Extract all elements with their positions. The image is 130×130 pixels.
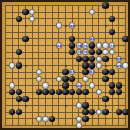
white-stone: 62 <box>89 69 95 75</box>
star-point <box>25 65 27 67</box>
black-stone <box>89 62 95 68</box>
star-point <box>65 105 67 107</box>
black-stone <box>69 49 75 55</box>
black-stone <box>16 62 22 68</box>
star-point <box>65 25 67 27</box>
black-stone <box>69 36 75 42</box>
black-stone <box>16 49 22 55</box>
black-stone <box>56 89 62 95</box>
grid-line-horizontal <box>5 118 126 119</box>
white-stone <box>122 62 128 68</box>
black-stone <box>82 116 88 122</box>
move-number-label: 70 <box>83 51 87 54</box>
white-stone <box>82 76 88 82</box>
white-stone <box>102 49 108 55</box>
white-stone <box>76 116 82 122</box>
move-number-label: 74 <box>110 44 114 47</box>
white-stone <box>109 49 115 55</box>
black-stone <box>102 69 108 75</box>
black-stone <box>82 102 88 108</box>
white-stone <box>56 22 62 28</box>
white-stone <box>42 116 48 122</box>
black-stone <box>102 96 108 102</box>
black-stone <box>76 56 82 62</box>
black-stone <box>22 9 28 15</box>
move-number-label: 66 <box>117 64 121 67</box>
white-stone <box>9 82 15 88</box>
white-stone: 82 <box>56 42 62 48</box>
black-stone <box>116 89 122 95</box>
black-stone <box>76 89 82 95</box>
white-stone <box>76 122 82 128</box>
white-stone: 78 <box>76 42 82 48</box>
black-stone <box>89 56 95 62</box>
black-stone <box>62 89 68 95</box>
move-number-label: 88 <box>70 24 74 27</box>
star-point <box>105 105 107 107</box>
move-number-label: 62 <box>90 71 94 74</box>
black-stone <box>102 76 108 82</box>
white-stone <box>89 82 95 88</box>
white-stone <box>36 116 42 122</box>
black-stone <box>96 49 102 55</box>
white-stone: 86 <box>89 36 95 42</box>
black-stone <box>82 62 88 68</box>
black-stone <box>102 56 108 62</box>
white-stone: 66 <box>116 62 122 68</box>
move-number-label: 72 <box>77 51 81 54</box>
black-stone <box>69 76 75 82</box>
black-stone <box>89 109 95 115</box>
go-board[interactable]: 88868278767472706866646260 <box>0 0 130 130</box>
black-stone <box>89 49 95 55</box>
black-stone <box>122 36 128 42</box>
black-stone <box>102 2 108 8</box>
black-stone <box>22 96 28 102</box>
grid-line-vertical <box>112 5 113 126</box>
white-stone: 64 <box>69 69 75 75</box>
white-stone <box>42 82 48 88</box>
black-stone <box>16 89 22 95</box>
white-stone <box>36 69 42 75</box>
white-stone <box>96 56 102 62</box>
grid-line-horizontal <box>5 125 126 126</box>
white-stone <box>96 42 102 48</box>
white-stone <box>36 76 42 82</box>
black-stone <box>109 69 115 75</box>
black-stone <box>82 89 88 95</box>
white-stone <box>96 109 102 115</box>
black-stone <box>109 29 115 35</box>
black-stone <box>89 42 95 48</box>
black-stone <box>42 89 48 95</box>
black-stone <box>62 82 68 88</box>
black-stone <box>109 82 115 88</box>
black-stone <box>62 69 68 75</box>
white-stone <box>9 62 15 68</box>
white-stone: 72 <box>76 49 82 55</box>
black-stone <box>102 109 108 115</box>
black-stone <box>82 56 88 62</box>
black-stone <box>109 16 115 22</box>
star-point <box>25 105 27 107</box>
white-stone: 68 <box>116 56 122 62</box>
white-stone: 74 <box>109 42 115 48</box>
black-stone <box>9 89 15 95</box>
black-stone <box>36 89 42 95</box>
star-point <box>65 65 67 67</box>
move-number-label: 78 <box>77 44 81 47</box>
white-stone <box>29 16 35 22</box>
move-number-label: 76 <box>83 44 87 47</box>
move-number-label: 82 <box>57 44 61 47</box>
black-stone <box>62 76 68 82</box>
black-stone <box>109 89 115 95</box>
black-stone <box>16 16 22 22</box>
white-stone <box>89 9 95 15</box>
black-stone <box>122 109 128 115</box>
white-stone: 76 <box>82 42 88 48</box>
white-stone <box>96 89 102 95</box>
white-stone <box>96 62 102 68</box>
white-stone: 60 <box>76 82 82 88</box>
black-stone <box>22 36 28 42</box>
black-stone <box>49 89 55 95</box>
black-stone <box>49 116 55 122</box>
move-number-label: 68 <box>117 57 121 60</box>
star-point <box>105 65 107 67</box>
move-number-label: 60 <box>77 84 81 87</box>
star-point <box>25 25 27 27</box>
white-stone: 88 <box>69 22 75 28</box>
white-stone <box>76 102 82 108</box>
black-stone <box>116 109 122 115</box>
black-stone <box>69 89 75 95</box>
black-stone <box>16 96 22 102</box>
white-stone: 70 <box>82 49 88 55</box>
black-stone <box>82 109 88 115</box>
white-stone <box>56 76 62 82</box>
black-stone <box>82 69 88 75</box>
black-stone <box>16 109 22 115</box>
move-number-label: 86 <box>90 37 94 40</box>
black-stone <box>69 42 75 48</box>
white-stone <box>29 9 35 15</box>
white-stone <box>102 42 108 48</box>
go-game-thumbnail: 88868278767472706866646260 <box>0 0 130 130</box>
move-number-label: 64 <box>70 71 74 74</box>
black-stone <box>9 109 15 115</box>
star-point <box>105 25 107 27</box>
black-stone <box>116 82 122 88</box>
